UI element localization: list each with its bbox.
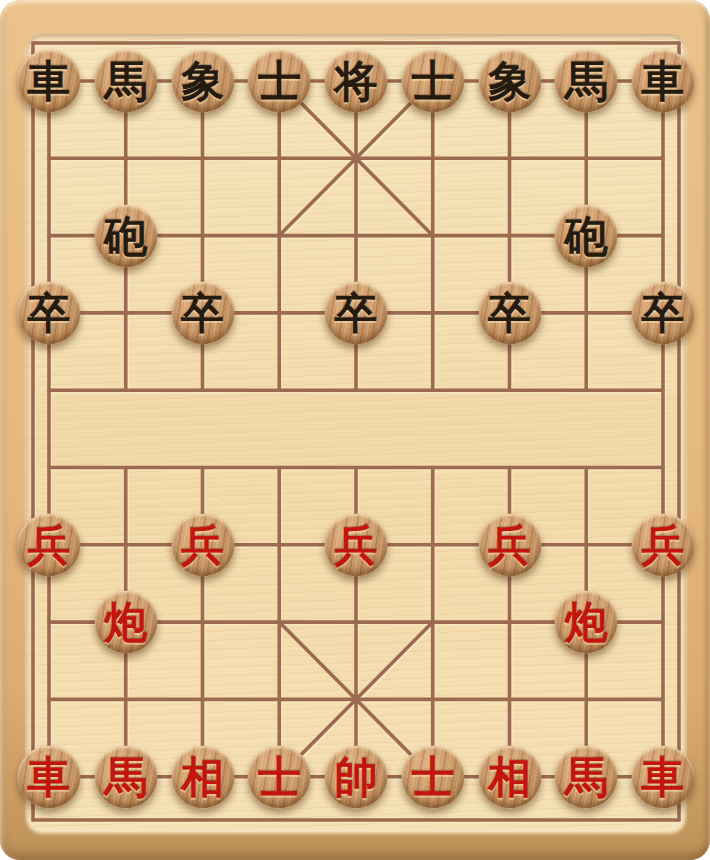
black-elephant-glyph: 象	[181, 60, 224, 103]
red-elephant-glyph: 相	[181, 755, 224, 798]
piece-black-horse[interactable]: 馬	[94, 50, 157, 113]
black-chariot-glyph: 車	[642, 60, 685, 103]
piece-red-horse[interactable]: 馬	[555, 745, 618, 808]
black-general-glyph: 将	[335, 60, 378, 103]
river	[35, 392, 677, 465]
black-cannon-glyph: 砲	[565, 214, 608, 257]
black-soldier-glyph: 卒	[642, 291, 685, 334]
black-chariot-glyph: 車	[28, 60, 71, 103]
black-soldier-glyph: 卒	[28, 291, 71, 334]
piece-black-horse[interactable]: 馬	[555, 50, 618, 113]
piece-black-chariot[interactable]: 車	[632, 50, 695, 113]
red-soldier-glyph: 兵	[335, 523, 378, 566]
black-soldier-glyph: 卒	[488, 291, 531, 334]
piece-red-soldier[interactable]: 兵	[171, 513, 234, 576]
red-soldier-glyph: 兵	[642, 523, 685, 566]
red-soldier-glyph: 兵	[181, 523, 224, 566]
piece-red-chariot[interactable]: 車	[632, 745, 695, 808]
red-chariot-glyph: 車	[642, 755, 685, 798]
piece-black-soldier[interactable]: 卒	[325, 281, 388, 344]
piece-black-general[interactable]: 将	[325, 50, 388, 113]
piece-red-elephant[interactable]: 相	[171, 745, 234, 808]
red-chariot-glyph: 車	[28, 755, 71, 798]
black-horse-glyph: 馬	[565, 60, 608, 103]
piece-red-cannon[interactable]: 炮	[555, 591, 618, 654]
red-general-glyph: 帥	[335, 755, 378, 798]
piece-red-soldier[interactable]: 兵	[18, 513, 81, 576]
piece-red-chariot[interactable]: 車	[18, 745, 81, 808]
red-cannon-glyph: 炮	[104, 601, 147, 644]
piece-red-advisor[interactable]: 士	[401, 745, 464, 808]
red-advisor-glyph: 士	[411, 755, 454, 798]
piece-red-elephant[interactable]: 相	[478, 745, 541, 808]
piece-black-soldier[interactable]: 卒	[171, 281, 234, 344]
piece-red-advisor[interactable]: 士	[248, 745, 311, 808]
black-horse-glyph: 馬	[104, 60, 147, 103]
piece-red-general[interactable]: 帥	[325, 745, 388, 808]
piece-black-soldier[interactable]: 卒	[632, 281, 695, 344]
black-advisor-glyph: 士	[411, 60, 454, 103]
piece-black-cannon[interactable]: 砲	[94, 204, 157, 267]
piece-black-chariot[interactable]: 車	[18, 50, 81, 113]
piece-red-horse[interactable]: 馬	[94, 745, 157, 808]
board-grid	[0, 0, 710, 860]
xiangqi-app: 車馬象士将士象馬車砲砲卒卒卒卒卒兵兵兵兵兵炮炮車馬相士帥士相馬車	[0, 0, 710, 860]
black-advisor-glyph: 士	[258, 60, 301, 103]
piece-red-soldier[interactable]: 兵	[632, 513, 695, 576]
red-horse-glyph: 馬	[104, 755, 147, 798]
piece-black-soldier[interactable]: 卒	[478, 281, 541, 344]
piece-black-elephant[interactable]: 象	[171, 50, 234, 113]
piece-black-cannon[interactable]: 砲	[555, 204, 618, 267]
red-soldier-glyph: 兵	[28, 523, 71, 566]
red-elephant-glyph: 相	[488, 755, 531, 798]
black-elephant-glyph: 象	[488, 60, 531, 103]
piece-red-soldier[interactable]: 兵	[325, 513, 388, 576]
red-cannon-glyph: 炮	[565, 601, 608, 644]
piece-black-advisor[interactable]: 士	[401, 50, 464, 113]
piece-black-advisor[interactable]: 士	[248, 50, 311, 113]
red-advisor-glyph: 士	[258, 755, 301, 798]
black-soldier-glyph: 卒	[181, 291, 224, 334]
piece-red-cannon[interactable]: 炮	[94, 591, 157, 654]
red-horse-glyph: 馬	[565, 755, 608, 798]
piece-black-soldier[interactable]: 卒	[18, 281, 81, 344]
piece-black-elephant[interactable]: 象	[478, 50, 541, 113]
red-soldier-glyph: 兵	[488, 523, 531, 566]
black-soldier-glyph: 卒	[335, 291, 378, 334]
piece-red-soldier[interactable]: 兵	[478, 513, 541, 576]
black-cannon-glyph: 砲	[104, 214, 147, 257]
